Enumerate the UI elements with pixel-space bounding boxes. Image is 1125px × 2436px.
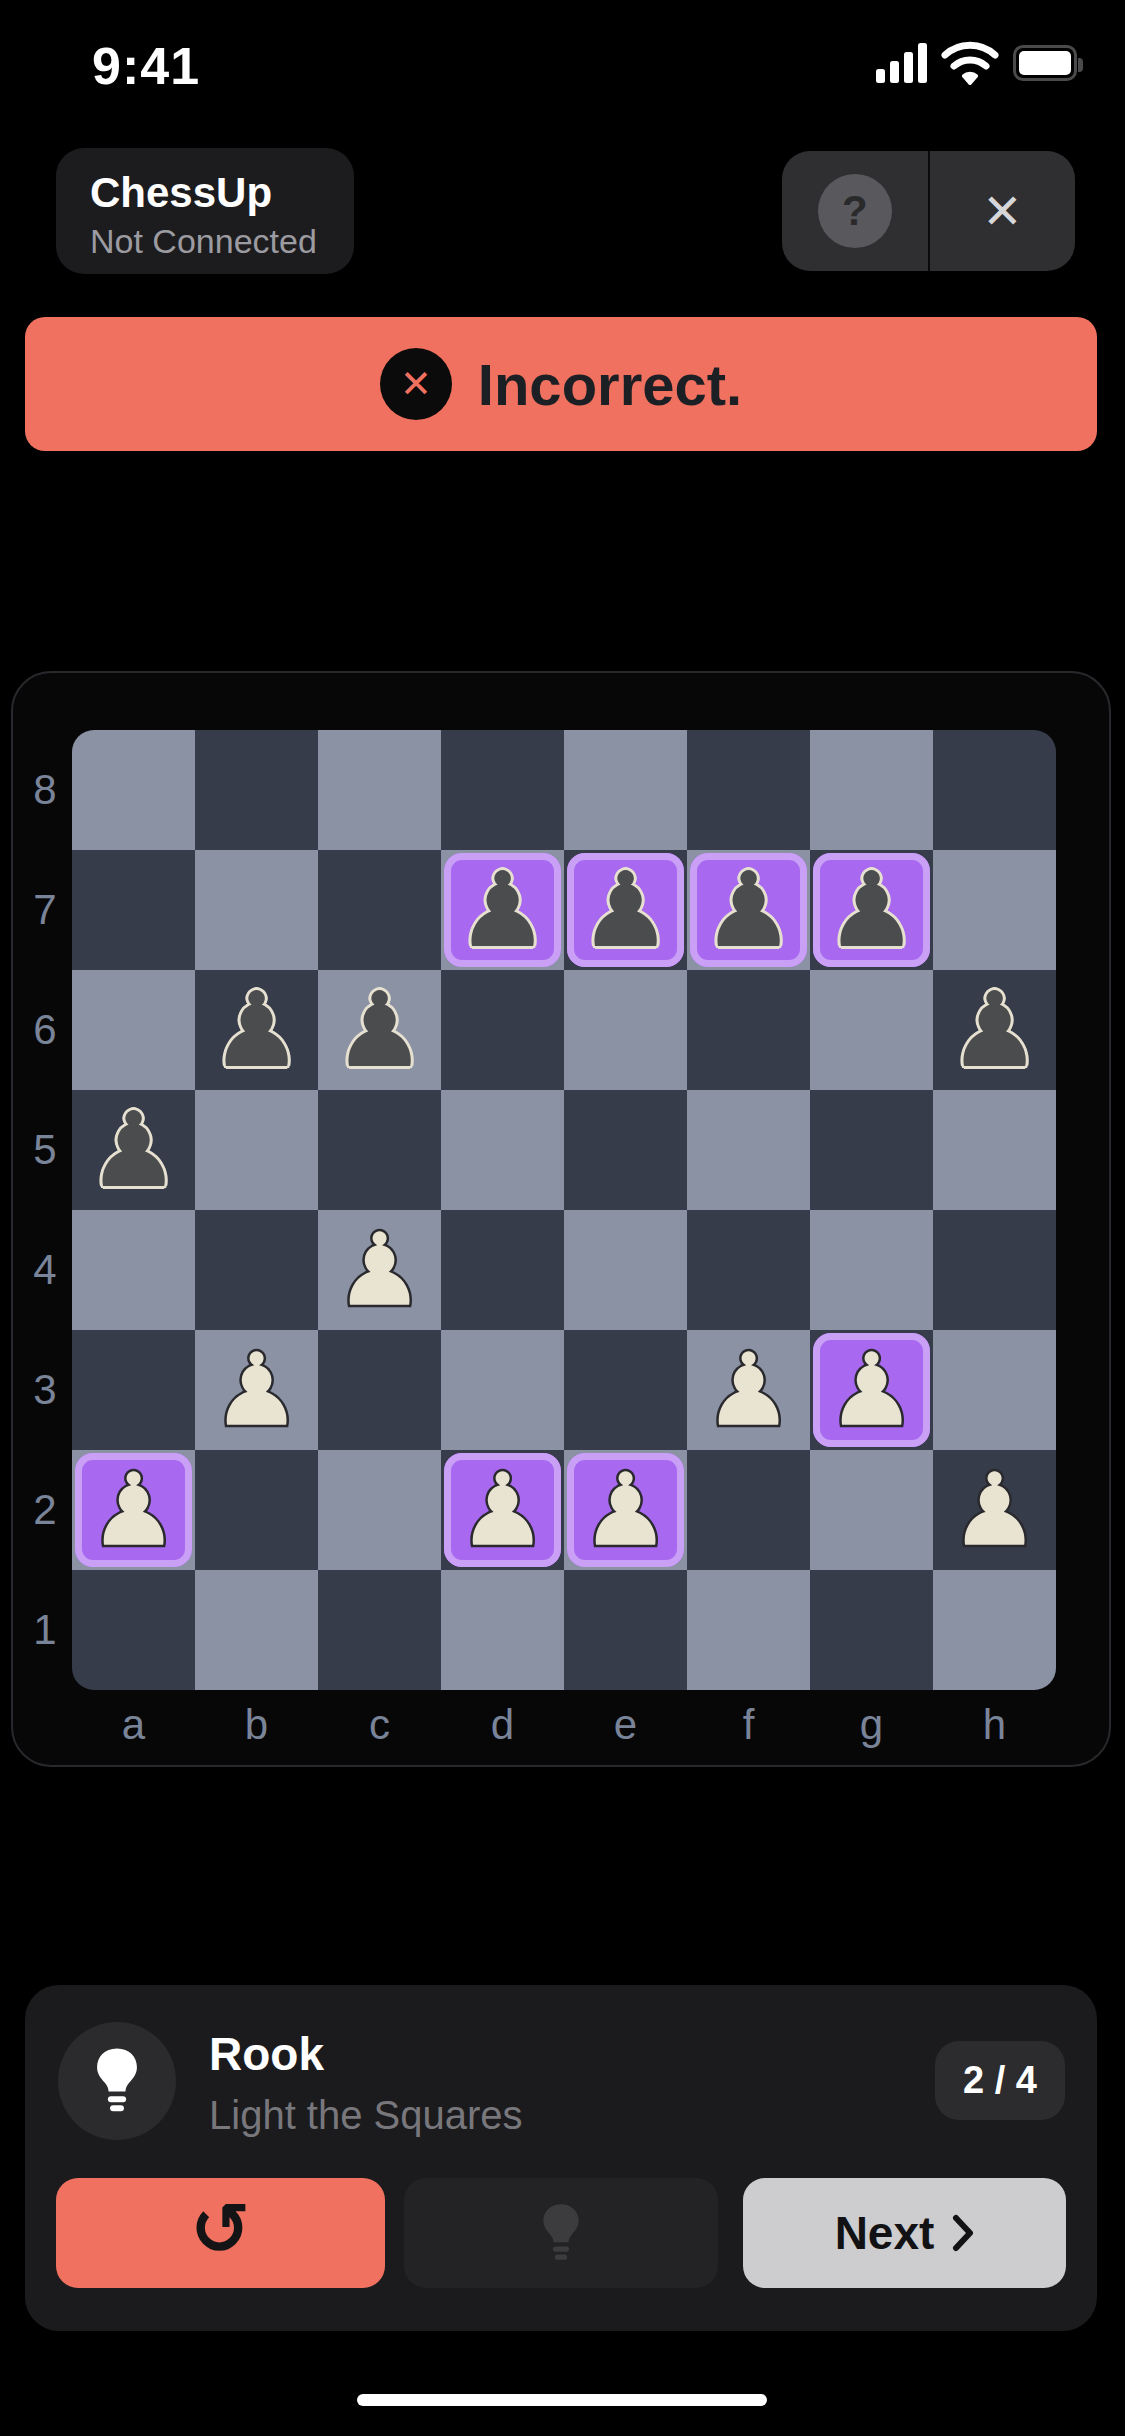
square-a2[interactable]: ♟ bbox=[72, 1450, 195, 1570]
square-f2[interactable] bbox=[687, 1450, 810, 1570]
square-b2[interactable] bbox=[195, 1450, 318, 1570]
square-e5[interactable] bbox=[564, 1090, 687, 1210]
square-a6[interactable] bbox=[72, 970, 195, 1090]
square-g1[interactable] bbox=[810, 1570, 933, 1690]
white-pawn: ♟ bbox=[456, 1458, 549, 1562]
square-a5[interactable]: ♟ bbox=[72, 1090, 195, 1210]
square-f7[interactable]: ♟ bbox=[687, 850, 810, 970]
file-label-e: e bbox=[564, 1701, 687, 1749]
square-c4[interactable]: ♟ bbox=[318, 1210, 441, 1330]
rank-label-2: 2 bbox=[20, 1450, 70, 1570]
hint-button[interactable] bbox=[404, 2178, 718, 2288]
square-e8[interactable] bbox=[564, 730, 687, 850]
help-button[interactable]: ? bbox=[782, 151, 928, 271]
black-pawn: ♟ bbox=[702, 858, 795, 962]
screen: 9:41 ChessUp Not Connected ? ✕ ✕ Incorre… bbox=[0, 0, 1125, 2436]
black-pawn: ♟ bbox=[948, 978, 1041, 1082]
status-bar-icons bbox=[876, 40, 1077, 86]
retry-button[interactable]: ↺ bbox=[56, 2178, 385, 2288]
rank-label-4: 4 bbox=[20, 1210, 70, 1330]
square-b6[interactable]: ♟ bbox=[195, 970, 318, 1090]
square-d4[interactable] bbox=[441, 1210, 564, 1330]
square-d7[interactable]: ♟ bbox=[441, 850, 564, 970]
white-pawn: ♟ bbox=[87, 1458, 180, 1562]
close-icon: ✕ bbox=[982, 183, 1022, 239]
white-pawn: ♟ bbox=[702, 1338, 795, 1442]
square-d5[interactable] bbox=[441, 1090, 564, 1210]
rank-label-6: 6 bbox=[20, 970, 70, 1090]
device-connection-status: Not Connected bbox=[90, 222, 320, 261]
white-pawn: ♟ bbox=[825, 1338, 918, 1442]
square-c3[interactable] bbox=[318, 1330, 441, 1450]
square-a7[interactable] bbox=[72, 850, 195, 970]
chevron-right-icon bbox=[952, 2214, 974, 2252]
rank-label-3: 3 bbox=[20, 1330, 70, 1450]
file-label-a: a bbox=[72, 1701, 195, 1749]
file-label-h: h bbox=[933, 1701, 1056, 1749]
square-a4[interactable] bbox=[72, 1210, 195, 1330]
status-bar-time: 9:41 bbox=[92, 36, 200, 96]
black-pawn: ♟ bbox=[456, 858, 549, 962]
result-banner-text: Incorrect. bbox=[478, 351, 742, 418]
square-c6[interactable]: ♟ bbox=[318, 970, 441, 1090]
square-d3[interactable] bbox=[441, 1330, 564, 1450]
white-pawn: ♟ bbox=[333, 1218, 426, 1322]
battery-icon bbox=[1013, 45, 1077, 81]
square-b8[interactable] bbox=[195, 730, 318, 850]
square-f6[interactable] bbox=[687, 970, 810, 1090]
device-name: ChessUp bbox=[90, 168, 320, 218]
cellular-signal-icon bbox=[876, 43, 927, 83]
help-icon: ? bbox=[818, 174, 892, 248]
square-h7[interactable] bbox=[933, 850, 1056, 970]
square-g6[interactable] bbox=[810, 970, 933, 1090]
square-g5[interactable] bbox=[810, 1090, 933, 1210]
square-c8[interactable] bbox=[318, 730, 441, 850]
board-container: 87654321 ♟♟♟♟♟♟♟♟♟♟♟♟♟♟♟♟ abcdefgh bbox=[11, 671, 1111, 1767]
square-c7[interactable] bbox=[318, 850, 441, 970]
square-a8[interactable] bbox=[72, 730, 195, 850]
lesson-bulb-badge bbox=[58, 2022, 176, 2140]
close-button[interactable]: ✕ bbox=[930, 151, 1076, 271]
square-h8[interactable] bbox=[933, 730, 1056, 850]
square-e6[interactable] bbox=[564, 970, 687, 1090]
rank-label-1: 1 bbox=[20, 1570, 70, 1690]
square-f8[interactable] bbox=[687, 730, 810, 850]
hint-lightbulb-icon bbox=[538, 2202, 584, 2264]
square-f3[interactable]: ♟ bbox=[687, 1330, 810, 1450]
square-f4[interactable] bbox=[687, 1210, 810, 1330]
rank-label-7: 7 bbox=[20, 850, 70, 970]
square-e7[interactable]: ♟ bbox=[564, 850, 687, 970]
square-a1[interactable] bbox=[72, 1570, 195, 1690]
rank-label-5: 5 bbox=[20, 1090, 70, 1210]
square-c5[interactable] bbox=[318, 1090, 441, 1210]
square-g8[interactable] bbox=[810, 730, 933, 850]
retry-icon: ↺ bbox=[190, 2193, 250, 2265]
result-banner: ✕ Incorrect. bbox=[25, 317, 1097, 451]
square-a3[interactable] bbox=[72, 1330, 195, 1450]
square-h1[interactable] bbox=[933, 1570, 1056, 1690]
header-buttons: ? ✕ bbox=[782, 151, 1075, 271]
white-pawn: ♟ bbox=[948, 1458, 1041, 1562]
progress-badge: 2 / 4 bbox=[935, 2041, 1065, 2120]
square-g3[interactable]: ♟ bbox=[810, 1330, 933, 1450]
file-labels: abcdefgh bbox=[72, 1701, 1056, 1749]
lesson-subtitle: Light the Squares bbox=[209, 2093, 523, 2138]
board-grid: ♟♟♟♟♟♟♟♟♟♟♟♟♟♟♟♟ bbox=[72, 730, 1056, 1690]
black-pawn: ♟ bbox=[825, 858, 918, 962]
white-pawn: ♟ bbox=[579, 1458, 672, 1562]
square-c1[interactable] bbox=[318, 1570, 441, 1690]
square-g2[interactable] bbox=[810, 1450, 933, 1570]
square-e3[interactable] bbox=[564, 1330, 687, 1450]
black-pawn: ♟ bbox=[579, 858, 672, 962]
square-b5[interactable] bbox=[195, 1090, 318, 1210]
square-d2[interactable]: ♟ bbox=[441, 1450, 564, 1570]
square-e4[interactable] bbox=[564, 1210, 687, 1330]
black-pawn: ♟ bbox=[210, 978, 303, 1082]
square-h4[interactable] bbox=[933, 1210, 1056, 1330]
lesson-title: Rook bbox=[209, 2027, 324, 2081]
square-g4[interactable] bbox=[810, 1210, 933, 1330]
square-h5[interactable] bbox=[933, 1090, 1056, 1210]
wifi-icon bbox=[941, 41, 999, 85]
next-button-label: Next bbox=[835, 2206, 935, 2260]
error-x-icon: ✕ bbox=[380, 348, 452, 420]
rank-labels: 87654321 bbox=[20, 730, 70, 1690]
white-pawn: ♟ bbox=[210, 1338, 303, 1442]
square-d1[interactable] bbox=[441, 1570, 564, 1690]
square-g7[interactable]: ♟ bbox=[810, 850, 933, 970]
square-h3[interactable] bbox=[933, 1330, 1056, 1450]
square-b3[interactable]: ♟ bbox=[195, 1330, 318, 1450]
square-b7[interactable] bbox=[195, 850, 318, 970]
square-h6[interactable]: ♟ bbox=[933, 970, 1056, 1090]
square-f5[interactable] bbox=[687, 1090, 810, 1210]
lightbulb-icon bbox=[91, 2046, 143, 2116]
square-f1[interactable] bbox=[687, 1570, 810, 1690]
square-c2[interactable] bbox=[318, 1450, 441, 1570]
square-b1[interactable] bbox=[195, 1570, 318, 1690]
lesson-card: Rook Light the Squares 2 / 4 ↺ Next bbox=[25, 1985, 1097, 2331]
black-pawn: ♟ bbox=[87, 1098, 180, 1202]
square-d8[interactable] bbox=[441, 730, 564, 850]
rank-label-8: 8 bbox=[20, 730, 70, 850]
button-row: ↺ Next bbox=[56, 2178, 1066, 2288]
home-indicator[interactable] bbox=[357, 2394, 767, 2406]
square-b4[interactable] bbox=[195, 1210, 318, 1330]
square-d6[interactable] bbox=[441, 970, 564, 1090]
file-label-g: g bbox=[810, 1701, 933, 1749]
file-label-c: c bbox=[318, 1701, 441, 1749]
square-e1[interactable] bbox=[564, 1570, 687, 1690]
file-label-f: f bbox=[687, 1701, 810, 1749]
next-button[interactable]: Next bbox=[743, 2178, 1066, 2288]
device-connection-button[interactable]: ChessUp Not Connected bbox=[56, 148, 354, 274]
file-label-b: b bbox=[195, 1701, 318, 1749]
file-label-d: d bbox=[441, 1701, 564, 1749]
square-e2[interactable]: ♟ bbox=[564, 1450, 687, 1570]
black-pawn: ♟ bbox=[333, 978, 426, 1082]
square-h2[interactable]: ♟ bbox=[933, 1450, 1056, 1570]
